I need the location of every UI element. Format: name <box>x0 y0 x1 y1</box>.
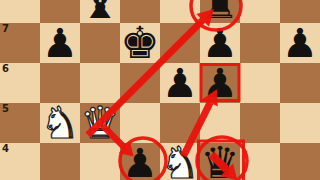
black-pawn-e6: ♟ <box>160 63 200 103</box>
black-queen-f4: ♛ <box>200 143 240 180</box>
white-queen-c5: ♛ <box>80 103 120 143</box>
black-king-d7: ♚ <box>120 23 160 63</box>
white-knight-e4: ♞ <box>160 143 200 180</box>
square-e8 <box>160 0 200 23</box>
square-g4 <box>240 143 280 180</box>
rank-label-6: 6 <box>2 63 9 75</box>
square-d5 <box>120 103 160 143</box>
black-pawn-f6: ♟ <box>200 63 240 103</box>
square-f7: ♟ <box>200 23 240 63</box>
square-g6 <box>240 63 280 103</box>
chess-board: ♝♜7♟♚♟♟6♟♟5♞♛4♟♞♛ <box>0 0 320 180</box>
square-d4: ♟ <box>120 143 160 180</box>
square-c4 <box>80 143 120 180</box>
black-pawn-b7: ♟ <box>40 23 80 63</box>
square-a4: 4 <box>0 143 40 180</box>
square-c7 <box>80 23 120 63</box>
square-h7: ♟ <box>280 23 320 63</box>
rank-label-4: 4 <box>2 143 9 155</box>
white-knight-b5: ♞ <box>40 103 80 143</box>
square-a8 <box>0 0 40 23</box>
square-e6: ♟ <box>160 63 200 103</box>
square-a5: 5 <box>0 103 40 143</box>
square-b4 <box>40 143 80 180</box>
rank-label-5: 5 <box>2 103 9 115</box>
square-g7 <box>240 23 280 63</box>
square-h6 <box>280 63 320 103</box>
square-c5: ♛ <box>80 103 120 143</box>
square-g8 <box>240 0 280 23</box>
square-b7: ♟ <box>40 23 80 63</box>
square-f4: ♛ <box>200 143 240 180</box>
square-a7: 7 <box>0 23 40 63</box>
square-b5: ♞ <box>40 103 80 143</box>
square-h5 <box>280 103 320 143</box>
black-pawn-f7: ♟ <box>200 23 240 63</box>
square-g5 <box>240 103 280 143</box>
black-bishop-c8: ♝ <box>80 0 120 23</box>
square-c8: ♝ <box>80 0 120 23</box>
square-d7: ♚ <box>120 23 160 63</box>
square-e7 <box>160 23 200 63</box>
black-pawn-d4: ♟ <box>120 143 160 180</box>
chess-thumbnail: ♝♜7♟♚♟♟6♟♟5♞♛4♟♞♛ <box>0 0 320 180</box>
square-d6 <box>120 63 160 103</box>
black-pawn-h7: ♟ <box>280 23 320 63</box>
square-f6: ♟ <box>200 63 240 103</box>
square-e4: ♞ <box>160 143 200 180</box>
square-a6: 6 <box>0 63 40 103</box>
rank-label-7: 7 <box>2 23 9 35</box>
square-h4 <box>280 143 320 180</box>
